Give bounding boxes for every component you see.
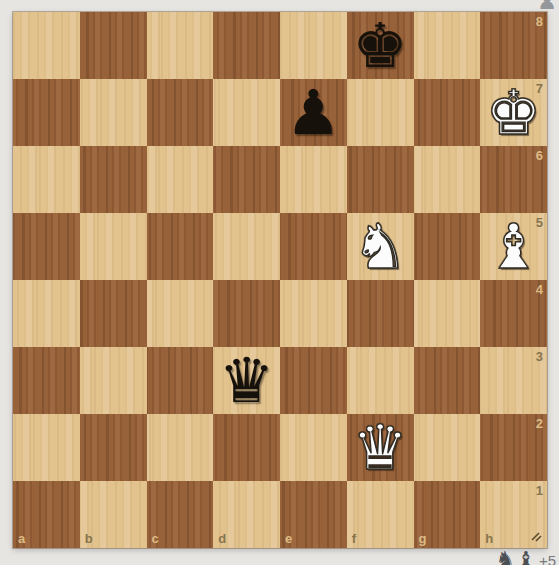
rank-label-3: 3 — [536, 350, 543, 363]
square-c5[interactable] — [147, 213, 214, 280]
square-b2[interactable] — [80, 414, 147, 481]
square-b7[interactable] — [80, 79, 147, 146]
square-d7[interactable] — [213, 79, 280, 146]
square-a5[interactable] — [13, 213, 80, 280]
square-e8[interactable] — [280, 12, 347, 79]
square-b3[interactable] — [80, 347, 147, 414]
square-a6[interactable] — [13, 146, 80, 213]
piece-black-queen[interactable]: ♛ — [219, 350, 275, 412]
square-f6[interactable] — [347, 146, 414, 213]
file-label-a: a — [18, 532, 25, 545]
piece-white-bishop[interactable]: ♝ — [486, 216, 542, 278]
square-a1[interactable]: a — [13, 481, 80, 548]
square-c8[interactable] — [147, 12, 214, 79]
file-label-c: c — [152, 532, 159, 545]
file-label-b: b — [85, 532, 93, 545]
square-g3[interactable] — [414, 347, 481, 414]
square-a8[interactable] — [13, 12, 80, 79]
square-f4[interactable] — [347, 280, 414, 347]
square-g8[interactable] — [414, 12, 481, 79]
square-d3[interactable]: ♛ — [213, 347, 280, 414]
square-d2[interactable] — [213, 414, 280, 481]
square-g1[interactable]: g — [414, 481, 481, 548]
square-c4[interactable] — [147, 280, 214, 347]
square-e1[interactable]: e — [280, 481, 347, 548]
square-h8[interactable]: 8 — [480, 12, 547, 79]
square-e7[interactable]: ♟ — [280, 79, 347, 146]
square-a4[interactable] — [13, 280, 80, 347]
square-g7[interactable] — [414, 79, 481, 146]
captured-bishop-icon: ♝ — [516, 549, 536, 565]
square-b4[interactable] — [80, 280, 147, 347]
square-e4[interactable] — [280, 280, 347, 347]
resize-icon — [528, 529, 544, 545]
square-h3[interactable]: 3 — [480, 347, 547, 414]
rank-label-4: 4 — [536, 283, 543, 296]
captured-knight-icon: ♞ — [495, 549, 515, 565]
square-h6[interactable]: 6 — [480, 146, 547, 213]
rank-label-1: 1 — [536, 484, 543, 497]
square-b8[interactable] — [80, 12, 147, 79]
square-e5[interactable] — [280, 213, 347, 280]
square-f3[interactable] — [347, 347, 414, 414]
square-g5[interactable] — [414, 213, 481, 280]
file-label-g: g — [419, 532, 427, 545]
square-f5[interactable]: ♞ — [347, 213, 414, 280]
square-c1[interactable]: c — [147, 481, 214, 548]
board-resize-handle[interactable] — [528, 529, 544, 545]
square-h4[interactable]: 4 — [480, 280, 547, 347]
piece-white-queen[interactable]: ♛ — [352, 417, 408, 479]
square-g4[interactable] — [414, 280, 481, 347]
square-a7[interactable] — [13, 79, 80, 146]
piece-white-king[interactable]: ♚ — [486, 82, 542, 144]
square-g6[interactable] — [414, 146, 481, 213]
square-e6[interactable] — [280, 146, 347, 213]
square-h5[interactable]: 5♝ — [480, 213, 547, 280]
square-f1[interactable]: f — [347, 481, 414, 548]
square-e3[interactable] — [280, 347, 347, 414]
square-d1[interactable]: d — [213, 481, 280, 548]
square-c7[interactable] — [147, 79, 214, 146]
material-advantage: +5 — [537, 553, 556, 565]
square-e2[interactable] — [280, 414, 347, 481]
file-label-d: d — [218, 532, 226, 545]
square-h7[interactable]: 7♚ — [480, 79, 547, 146]
chess-board[interactable]: ♚8♟7♚6♞5♝4♛3♛2abcdefgh1 — [13, 12, 547, 548]
piece-black-king[interactable]: ♚ — [352, 15, 408, 77]
rank-label-6: 6 — [536, 149, 543, 162]
square-f8[interactable]: ♚ — [347, 12, 414, 79]
square-d8[interactable] — [213, 12, 280, 79]
square-c2[interactable] — [147, 414, 214, 481]
square-d5[interactable] — [213, 213, 280, 280]
rank-label-8: 8 — [536, 15, 543, 28]
square-c3[interactable] — [147, 347, 214, 414]
square-a3[interactable] — [13, 347, 80, 414]
piece-black-pawn[interactable]: ♟ — [286, 82, 342, 144]
square-a2[interactable] — [13, 414, 80, 481]
square-c6[interactable] — [147, 146, 214, 213]
square-d6[interactable] — [213, 146, 280, 213]
file-label-h: h — [485, 532, 493, 545]
square-b5[interactable] — [80, 213, 147, 280]
rank-label-2: 2 — [536, 417, 543, 430]
square-d4[interactable] — [213, 280, 280, 347]
captured-pieces-tray-bottom: ♞♝ +5 — [495, 549, 556, 565]
square-b1[interactable]: b — [80, 481, 147, 548]
square-f7[interactable] — [347, 79, 414, 146]
square-b6[interactable] — [80, 146, 147, 213]
square-f2[interactable]: ♛ — [347, 414, 414, 481]
piece-white-knight[interactable]: ♞ — [352, 216, 408, 278]
file-label-e: e — [285, 532, 292, 545]
square-g2[interactable] — [414, 414, 481, 481]
file-label-f: f — [352, 532, 356, 545]
square-h2[interactable]: 2 — [480, 414, 547, 481]
